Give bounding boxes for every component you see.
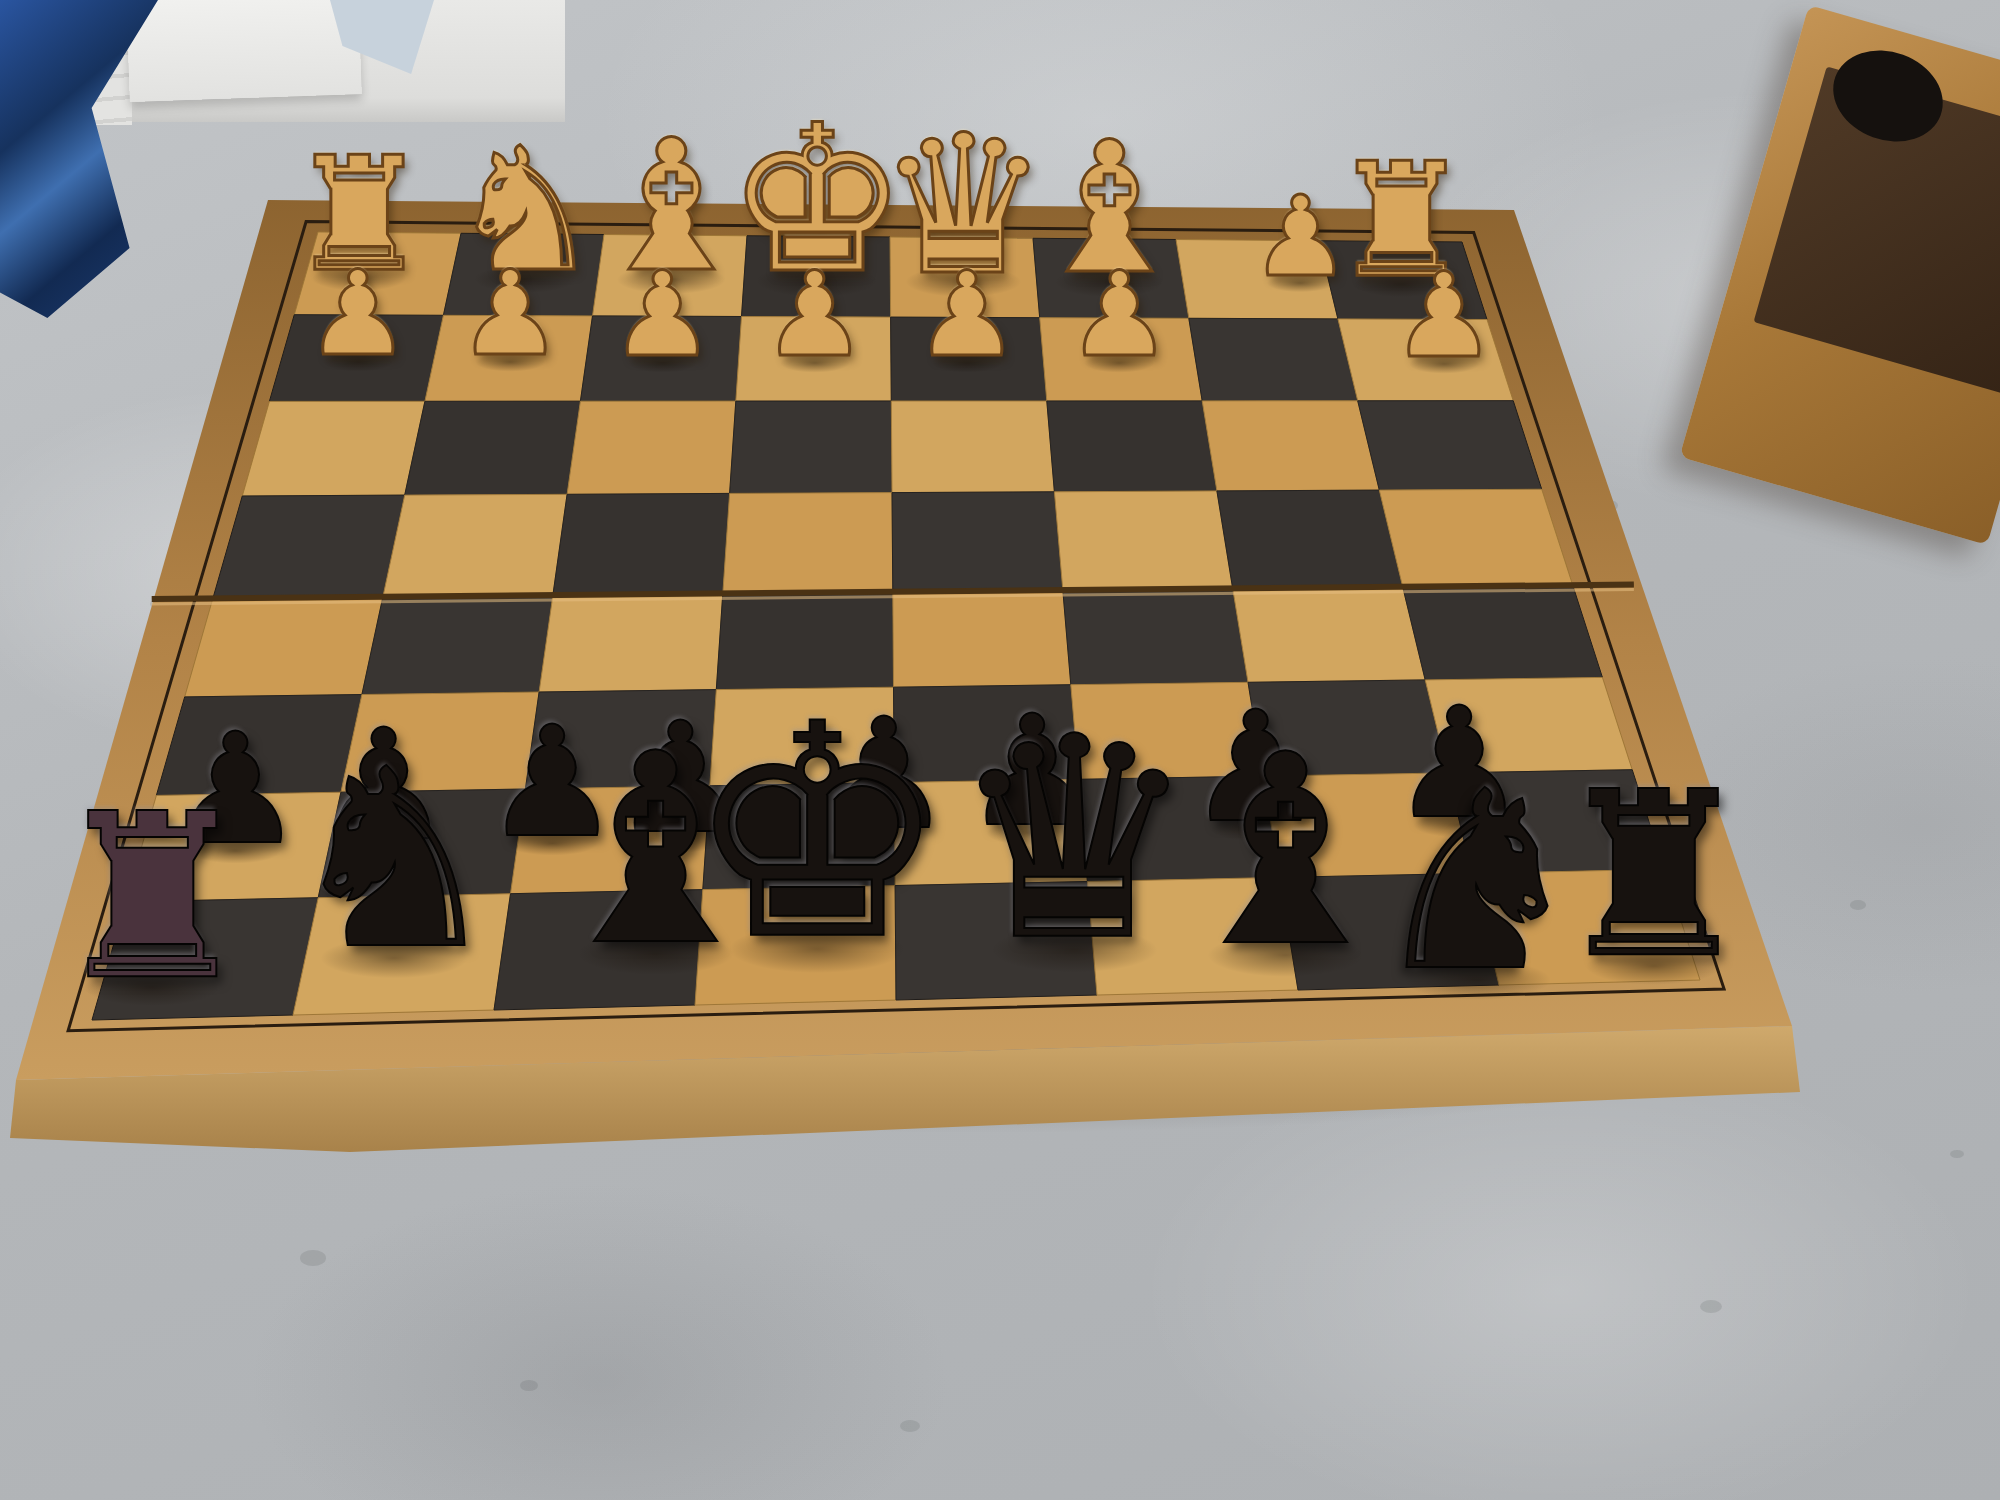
piece-white-pawn-f2: ♟ — [610, 256, 715, 373]
piece-white-pawn-h2: ♟ — [305, 255, 410, 372]
piece-white-pawn-a2: ♟ — [1391, 257, 1496, 374]
pieces-layer: ♜♞♝♚♛♝♟♜♟♟♟♟♟♟♟♟♟♟♟♟♟♟♟♜♞♝♚♛♝♞♜ — [0, 0, 2000, 1500]
piece-white-pawn-d2: ♟ — [915, 256, 1020, 373]
piece-white-pawn-c2: ♟ — [1067, 256, 1172, 373]
piece-white-pawn-e2: ♟ — [762, 256, 867, 373]
photo-scene: { "game": "chess", "view": { "camera": "… — [0, 0, 2000, 1500]
piece-black-rook-h8: ♜ — [50, 783, 254, 1011]
piece-white-pawn-g2: ♟ — [458, 255, 563, 372]
piece-black-queen-d8: ♛ — [949, 700, 1199, 979]
piece-black-knight-g8: ♞ — [283, 737, 504, 983]
piece-black-king-e8: ♚ — [685, 686, 949, 981]
piece-black-rook-a8: ♜ — [1552, 762, 1756, 990]
